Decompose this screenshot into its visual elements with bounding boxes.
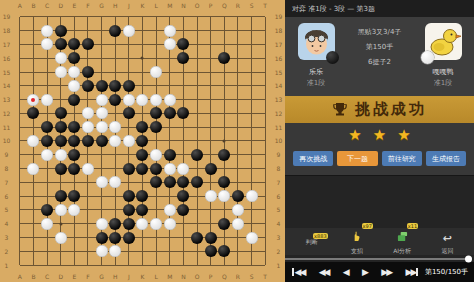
intersection-Q10[interactable] — [217, 134, 231, 148]
intersection-J15[interactable] — [122, 65, 136, 79]
intersection-D13[interactable] — [54, 93, 68, 107]
intersection-D2[interactable] — [54, 244, 68, 258]
intersection-F13[interactable] — [81, 93, 95, 107]
intersection-J8[interactable] — [122, 162, 136, 176]
intersection-B11[interactable] — [27, 120, 41, 134]
intersection-K19[interactable] — [136, 10, 150, 24]
intersection-P16[interactable] — [204, 51, 218, 65]
intersection-B13[interactable] — [27, 93, 41, 107]
intersection-J3[interactable] — [122, 231, 136, 245]
intersection-N7[interactable] — [177, 175, 191, 189]
intersection-P18[interactable] — [204, 24, 218, 38]
intersection-K2[interactable] — [136, 244, 150, 258]
intersection-J14[interactable] — [122, 79, 136, 93]
intersection-Q17[interactable] — [217, 38, 231, 52]
intersection-M14[interactable] — [163, 79, 177, 93]
intersection-E18[interactable] — [68, 24, 82, 38]
intersection-B15[interactable] — [27, 65, 41, 79]
intersection-C9[interactable] — [40, 148, 54, 162]
intersection-M6[interactable] — [163, 189, 177, 203]
intersection-F7[interactable] — [81, 175, 95, 189]
intersection-S16[interactable] — [245, 51, 259, 65]
intersection-Q6[interactable] — [217, 189, 231, 203]
intersection-E7[interactable] — [68, 175, 82, 189]
intersection-Q18[interactable] — [217, 24, 231, 38]
intersection-S15[interactable] — [245, 65, 259, 79]
intersection-J9[interactable] — [122, 148, 136, 162]
intersection-G1[interactable] — [95, 258, 109, 272]
intersection-M18[interactable] — [163, 24, 177, 38]
intersection-D10[interactable] — [54, 134, 68, 148]
intersection-E1[interactable] — [68, 258, 82, 272]
intersection-G14[interactable] — [95, 79, 109, 93]
intersection-H9[interactable] — [108, 148, 122, 162]
intersection-E15[interactable] — [68, 65, 82, 79]
nav-to-end-button[interactable]: ▶▶ — [406, 267, 419, 277]
intersection-R17[interactable] — [231, 38, 245, 52]
intersection-M19[interactable] — [163, 10, 177, 24]
slider-knob[interactable] — [465, 255, 472, 262]
intersection-M10[interactable] — [163, 134, 177, 148]
intersection-D11[interactable] — [54, 120, 68, 134]
intersection-C17[interactable] — [40, 38, 54, 52]
intersection-J6[interactable] — [122, 189, 136, 203]
intersection-H16[interactable] — [108, 51, 122, 65]
intersection-S18[interactable] — [245, 24, 259, 38]
intersection-N2[interactable] — [177, 244, 191, 258]
intersection-D16[interactable] — [54, 51, 68, 65]
intersection-T1[interactable] — [258, 258, 272, 272]
intersection-D17[interactable] — [54, 38, 68, 52]
intersection-M4[interactable] — [163, 217, 177, 231]
intersection-C8[interactable] — [40, 162, 54, 176]
intersection-F15[interactable] — [81, 65, 95, 79]
intersection-E10[interactable] — [68, 134, 82, 148]
intersection-L3[interactable] — [149, 231, 163, 245]
intersection-Q16[interactable] — [217, 51, 231, 65]
intersection-B16[interactable] — [27, 51, 41, 65]
intersection-M1[interactable] — [163, 258, 177, 272]
intersection-A19[interactable] — [13, 10, 27, 24]
intersection-H14[interactable] — [108, 79, 122, 93]
intersection-T16[interactable] — [258, 51, 272, 65]
intersection-O19[interactable] — [190, 10, 204, 24]
intersection-K3[interactable] — [136, 231, 150, 245]
intersection-F18[interactable] — [81, 24, 95, 38]
intersection-J18[interactable] — [122, 24, 136, 38]
intersection-H4[interactable] — [108, 217, 122, 231]
intersection-S12[interactable] — [245, 107, 259, 121]
intersection-P13[interactable] — [204, 93, 218, 107]
intersection-K12[interactable] — [136, 107, 150, 121]
intersection-F12[interactable] — [81, 107, 95, 121]
intersection-T4[interactable] — [258, 217, 272, 231]
intersection-K6[interactable] — [136, 189, 150, 203]
intersection-K7[interactable] — [136, 175, 150, 189]
intersection-D9[interactable] — [54, 148, 68, 162]
intersection-H13[interactable] — [108, 93, 122, 107]
intersection-H8[interactable] — [108, 162, 122, 176]
intersection-M5[interactable] — [163, 203, 177, 217]
intersection-H1[interactable] — [108, 258, 122, 272]
intersection-M2[interactable] — [163, 244, 177, 258]
intersection-L2[interactable] — [149, 244, 163, 258]
intersection-L1[interactable] — [149, 258, 163, 272]
intersection-R10[interactable] — [231, 134, 245, 148]
intersection-J12[interactable] — [122, 107, 136, 121]
black-player-card[interactable]: 乐乐 准1段 — [293, 23, 339, 96]
intersection-S19[interactable] — [245, 10, 259, 24]
intersection-C3[interactable] — [40, 231, 54, 245]
intersection-K17[interactable] — [136, 38, 150, 52]
intersection-L13[interactable] — [149, 93, 163, 107]
intersection-M3[interactable] — [163, 231, 177, 245]
intersection-N17[interactable] — [177, 38, 191, 52]
intersection-B14[interactable] — [27, 79, 41, 93]
intersection-M16[interactable] — [163, 51, 177, 65]
intersection-L5[interactable] — [149, 203, 163, 217]
intersection-M15[interactable] — [163, 65, 177, 79]
intersection-P15[interactable] — [204, 65, 218, 79]
intersection-N1[interactable] — [177, 258, 191, 272]
intersection-G18[interactable] — [95, 24, 109, 38]
intersection-B6[interactable] — [27, 189, 41, 203]
intersection-S13[interactable] — [245, 93, 259, 107]
intersection-H17[interactable] — [108, 38, 122, 52]
intersection-L14[interactable] — [149, 79, 163, 93]
intersection-P8[interactable] — [204, 162, 218, 176]
intersection-R8[interactable] — [231, 162, 245, 176]
intersection-M17[interactable] — [163, 38, 177, 52]
intersection-Q11[interactable] — [217, 120, 231, 134]
intersection-Q13[interactable] — [217, 93, 231, 107]
intersection-A12[interactable] — [13, 107, 27, 121]
intersection-K15[interactable] — [136, 65, 150, 79]
intersection-T11[interactable] — [258, 120, 272, 134]
intersection-H15[interactable] — [108, 65, 122, 79]
intersection-O10[interactable] — [190, 134, 204, 148]
intersection-M7[interactable] — [163, 175, 177, 189]
intersection-L9[interactable] — [149, 148, 163, 162]
intersection-Q5[interactable] — [217, 203, 231, 217]
intersection-G7[interactable] — [95, 175, 109, 189]
intersection-R13[interactable] — [231, 93, 245, 107]
intersection-D12[interactable] — [54, 107, 68, 121]
intersection-K16[interactable] — [136, 51, 150, 65]
intersection-T9[interactable] — [258, 148, 272, 162]
intersection-F1[interactable] — [81, 258, 95, 272]
nav-forward-button[interactable]: ▶ — [362, 267, 367, 277]
intersection-D18[interactable] — [54, 24, 68, 38]
intersection-B7[interactable] — [27, 175, 41, 189]
intersection-M9[interactable] — [163, 148, 177, 162]
intersection-O8[interactable] — [190, 162, 204, 176]
intersection-A10[interactable] — [13, 134, 27, 148]
intersection-S6[interactable] — [245, 189, 259, 203]
intersection-H3[interactable] — [108, 231, 122, 245]
intersection-J19[interactable] — [122, 10, 136, 24]
intersection-J5[interactable] — [122, 203, 136, 217]
intersection-G4[interactable] — [95, 217, 109, 231]
intersection-A17[interactable] — [13, 38, 27, 52]
intersection-A8[interactable] — [13, 162, 27, 176]
intersection-D1[interactable] — [54, 258, 68, 272]
intersection-A13[interactable] — [13, 93, 27, 107]
intersection-T5[interactable] — [258, 203, 272, 217]
intersection-Q9[interactable] — [217, 148, 231, 162]
intersection-A9[interactable] — [13, 148, 27, 162]
intersection-C14[interactable] — [40, 79, 54, 93]
intersection-O18[interactable] — [190, 24, 204, 38]
tool-hint[interactable]: x97支招 — [340, 227, 374, 256]
intersection-F2[interactable] — [81, 244, 95, 258]
intersection-H5[interactable] — [108, 203, 122, 217]
intersection-D14[interactable] — [54, 79, 68, 93]
intersection-T3[interactable] — [258, 231, 272, 245]
intersection-F14[interactable] — [81, 79, 95, 93]
intersection-L8[interactable] — [149, 162, 163, 176]
intersection-B10[interactable] — [27, 134, 41, 148]
intersection-H6[interactable] — [108, 189, 122, 203]
intersection-B2[interactable] — [27, 244, 41, 258]
intersection-P10[interactable] — [204, 134, 218, 148]
intersection-A16[interactable] — [13, 51, 27, 65]
intersection-M12[interactable] — [163, 107, 177, 121]
intersection-H7[interactable] — [108, 175, 122, 189]
intersection-G8[interactable] — [95, 162, 109, 176]
tool-judge[interactable]: x883判断 — [295, 237, 329, 247]
intersection-L10[interactable] — [149, 134, 163, 148]
intersection-G11[interactable] — [95, 120, 109, 134]
intersection-N5[interactable] — [177, 203, 191, 217]
intersection-J4[interactable] — [122, 217, 136, 231]
intersection-E5[interactable] — [68, 203, 82, 217]
intersection-G5[interactable] — [95, 203, 109, 217]
intersection-R15[interactable] — [231, 65, 245, 79]
intersection-T10[interactable] — [258, 134, 272, 148]
intersection-E12[interactable] — [68, 107, 82, 121]
intersection-F11[interactable] — [81, 120, 95, 134]
intersection-B12[interactable] — [27, 107, 41, 121]
intersection-S1[interactable] — [245, 258, 259, 272]
intersection-T12[interactable] — [258, 107, 272, 121]
intersection-A18[interactable] — [13, 24, 27, 38]
intersection-S4[interactable] — [245, 217, 259, 231]
intersection-E6[interactable] — [68, 189, 82, 203]
intersection-J17[interactable] — [122, 38, 136, 52]
intersection-M13[interactable] — [163, 93, 177, 107]
intersection-K5[interactable] — [136, 203, 150, 217]
intersection-N13[interactable] — [177, 93, 191, 107]
intersection-O3[interactable] — [190, 231, 204, 245]
tool-ai[interactable]: x11AI分析 — [385, 227, 419, 256]
intersection-S9[interactable] — [245, 148, 259, 162]
intersection-P12[interactable] — [204, 107, 218, 121]
intersection-J16[interactable] — [122, 51, 136, 65]
intersection-O16[interactable] — [190, 51, 204, 65]
intersection-S2[interactable] — [245, 244, 259, 258]
intersection-F16[interactable] — [81, 51, 95, 65]
intersection-F6[interactable] — [81, 189, 95, 203]
intersection-B5[interactable] — [27, 203, 41, 217]
intersection-C16[interactable] — [40, 51, 54, 65]
intersection-F19[interactable] — [81, 10, 95, 24]
intersection-T8[interactable] — [258, 162, 272, 176]
intersection-B19[interactable] — [27, 10, 41, 24]
intersection-B3[interactable] — [27, 231, 41, 245]
move-progress-slider[interactable] — [285, 255, 474, 262]
intersection-T14[interactable] — [258, 79, 272, 93]
intersection-A14[interactable] — [13, 79, 27, 93]
intersection-H18[interactable] — [108, 24, 122, 38]
intersection-G17[interactable] — [95, 38, 109, 52]
result-button-1[interactable]: 再次挑战 — [293, 151, 333, 166]
intersection-F9[interactable] — [81, 148, 95, 162]
intersection-G3[interactable] — [95, 231, 109, 245]
intersection-G2[interactable] — [95, 244, 109, 258]
intersection-Q12[interactable] — [217, 107, 231, 121]
intersection-O2[interactable] — [190, 244, 204, 258]
intersection-E16[interactable] — [68, 51, 82, 65]
nav-fast-forward-button[interactable]: ▶▶ — [381, 267, 391, 277]
intersection-B17[interactable] — [27, 38, 41, 52]
intersection-E19[interactable] — [68, 10, 82, 24]
intersection-A5[interactable] — [13, 203, 27, 217]
intersection-K4[interactable] — [136, 217, 150, 231]
intersection-J13[interactable] — [122, 93, 136, 107]
intersection-R3[interactable] — [231, 231, 245, 245]
intersection-A11[interactable] — [13, 120, 27, 134]
intersection-S10[interactable] — [245, 134, 259, 148]
intersection-E8[interactable] — [68, 162, 82, 176]
intersection-R16[interactable] — [231, 51, 245, 65]
intersection-E14[interactable] — [68, 79, 82, 93]
intersection-F8[interactable] — [81, 162, 95, 176]
intersection-F4[interactable] — [81, 217, 95, 231]
intersection-A3[interactable] — [13, 231, 27, 245]
intersection-R2[interactable] — [231, 244, 245, 258]
intersection-G10[interactable] — [95, 134, 109, 148]
intersection-C2[interactable] — [40, 244, 54, 258]
intersection-R11[interactable] — [231, 120, 245, 134]
intersection-G6[interactable] — [95, 189, 109, 203]
intersection-F3[interactable] — [81, 231, 95, 245]
intersection-N18[interactable] — [177, 24, 191, 38]
intersection-N15[interactable] — [177, 65, 191, 79]
intersection-T15[interactable] — [258, 65, 272, 79]
result-button-2[interactable]: 下一题 — [337, 151, 377, 166]
intersection-O6[interactable] — [190, 189, 204, 203]
intersection-B4[interactable] — [27, 217, 41, 231]
intersection-P1[interactable] — [204, 258, 218, 272]
nav-back-button[interactable]: ◀ — [343, 267, 348, 277]
result-button-4[interactable]: 生成报告 — [426, 151, 466, 166]
intersection-D15[interactable] — [54, 65, 68, 79]
intersection-T2[interactable] — [258, 244, 272, 258]
intersection-N9[interactable] — [177, 148, 191, 162]
intersection-P2[interactable] — [204, 244, 218, 258]
intersection-P17[interactable] — [204, 38, 218, 52]
intersection-B18[interactable] — [27, 24, 41, 38]
intersection-N6[interactable] — [177, 189, 191, 203]
tool-back[interactable]: ↩返回 — [430, 227, 464, 256]
intersection-O11[interactable] — [190, 120, 204, 134]
intersection-L19[interactable] — [149, 10, 163, 24]
intersection-A2[interactable] — [13, 244, 27, 258]
intersection-D7[interactable] — [54, 175, 68, 189]
intersection-P5[interactable] — [204, 203, 218, 217]
intersection-S5[interactable] — [245, 203, 259, 217]
intersection-B1[interactable] — [27, 258, 41, 272]
intersection-C4[interactable] — [40, 217, 54, 231]
intersection-J2[interactable] — [122, 244, 136, 258]
intersection-G13[interactable] — [95, 93, 109, 107]
intersection-Q1[interactable] — [217, 258, 231, 272]
intersection-R19[interactable] — [231, 10, 245, 24]
intersection-T13[interactable] — [258, 93, 272, 107]
intersection-D5[interactable] — [54, 203, 68, 217]
intersection-S14[interactable] — [245, 79, 259, 93]
intersection-N8[interactable] — [177, 162, 191, 176]
intersection-R5[interactable] — [231, 203, 245, 217]
intersection-L12[interactable] — [149, 107, 163, 121]
intersection-N10[interactable] — [177, 134, 191, 148]
nav-to-start-button[interactable]: ◀◀ — [291, 267, 304, 277]
intersection-Q14[interactable] — [217, 79, 231, 93]
intersection-S17[interactable] — [245, 38, 259, 52]
intersection-Q19[interactable] — [217, 10, 231, 24]
intersection-D3[interactable] — [54, 231, 68, 245]
intersection-R6[interactable] — [231, 189, 245, 203]
intersection-O15[interactable] — [190, 65, 204, 79]
intersection-C12[interactable] — [40, 107, 54, 121]
intersection-Q2[interactable] — [217, 244, 231, 258]
intersection-H10[interactable] — [108, 134, 122, 148]
intersection-E9[interactable] — [68, 148, 82, 162]
nav-fast-back-button[interactable]: ◀◀ — [319, 267, 329, 277]
intersection-M8[interactable] — [163, 162, 177, 176]
intersection-O4[interactable] — [190, 217, 204, 231]
intersection-N4[interactable] — [177, 217, 191, 231]
intersection-L18[interactable] — [149, 24, 163, 38]
result-button-3[interactable]: 前往研究 — [382, 151, 422, 166]
intersection-F10[interactable] — [81, 134, 95, 148]
intersection-R9[interactable] — [231, 148, 245, 162]
intersection-E2[interactable] — [68, 244, 82, 258]
intersection-L17[interactable] — [149, 38, 163, 52]
go-board-grid[interactable]: ABCDEFGHJKLMNOPQRST191918181717161615151… — [0, 0, 285, 282]
intersection-K14[interactable] — [136, 79, 150, 93]
intersection-P3[interactable] — [204, 231, 218, 245]
intersection-J7[interactable] — [122, 175, 136, 189]
intersection-H2[interactable] — [108, 244, 122, 258]
intersection-P19[interactable] — [204, 10, 218, 24]
intersection-K13[interactable] — [136, 93, 150, 107]
intersection-K9[interactable] — [136, 148, 150, 162]
intersection-C19[interactable] — [40, 10, 54, 24]
intersection-K8[interactable] — [136, 162, 150, 176]
intersection-F17[interactable] — [81, 38, 95, 52]
intersection-C15[interactable] — [40, 65, 54, 79]
intersection-R7[interactable] — [231, 175, 245, 189]
intersection-Q8[interactable] — [217, 162, 231, 176]
intersection-P11[interactable] — [204, 120, 218, 134]
intersection-G12[interactable] — [95, 107, 109, 121]
intersection-L6[interactable] — [149, 189, 163, 203]
intersection-H19[interactable] — [108, 10, 122, 24]
intersection-O14[interactable] — [190, 79, 204, 93]
intersection-G15[interactable] — [95, 65, 109, 79]
